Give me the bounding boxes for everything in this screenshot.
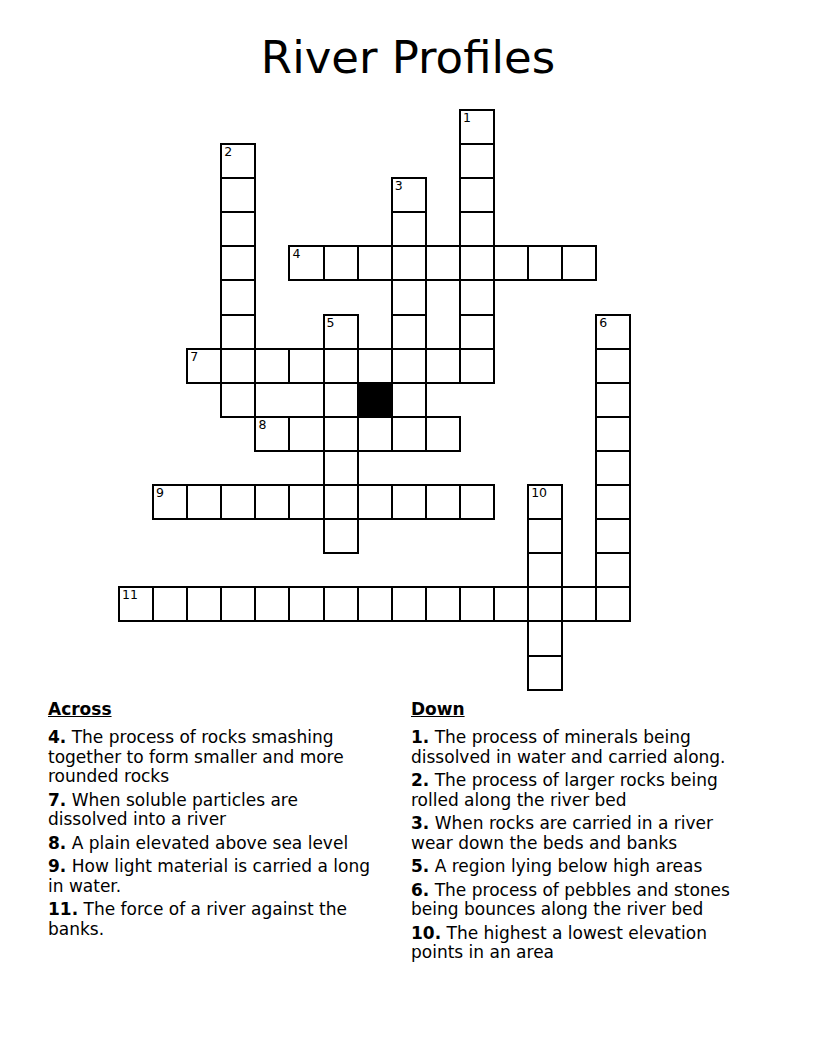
- clue-number: 6.: [411, 880, 429, 900]
- grid-cell-r4-c12[interactable]: [528, 246, 562, 280]
- clue-text: The highest a lowest elevation points in…: [411, 923, 707, 963]
- clue-number: 11: [122, 588, 138, 602]
- grid-cell-r11-c14[interactable]: [596, 485, 630, 519]
- clue-number: 4: [292, 247, 300, 261]
- grid-cell-r13-c12[interactable]: [528, 553, 562, 587]
- grid-cell-r1-c3[interactable]: 2: [221, 144, 255, 178]
- grid-cell-r6-c10[interactable]: [460, 315, 494, 349]
- grid-cell-r14-c7[interactable]: [358, 587, 392, 621]
- clue-number: 1: [463, 111, 471, 125]
- clue-text: The process of pebbles and stones being …: [411, 880, 730, 920]
- clue-4-across: 4. The process of rocks smashing togethe…: [48, 728, 396, 787]
- clue-number: 3: [395, 179, 403, 193]
- clue-10-down: 10. The highest a lowest elevation point…: [411, 924, 759, 963]
- clue-6-down: 6. The process of pebbles and stones bei…: [411, 881, 759, 920]
- across-header: Across: [48, 699, 396, 719]
- grid-cell-r8-c8[interactable]: [392, 383, 426, 417]
- clue-number: 3.: [411, 813, 429, 833]
- grid-cell-r9-c7[interactable]: [358, 417, 392, 451]
- clue-text: The process of minerals being dissolved …: [411, 727, 726, 767]
- clue-number: 8.: [48, 833, 66, 853]
- clue-text: When rocks are carried in a river wear d…: [411, 813, 713, 853]
- clue-9-across: 9. How light material is carried a long …: [48, 857, 396, 896]
- grid-cell-r8-c6[interactable]: [324, 383, 358, 417]
- clue-number: 9: [156, 486, 164, 500]
- grid-cell-r6-c8[interactable]: [392, 315, 426, 349]
- clue-number: 10.: [411, 923, 441, 943]
- grid-cell-r14-c11[interactable]: [494, 587, 528, 621]
- clue-5-down: 5. A region lying below high areas: [411, 857, 759, 877]
- grid-cell-r13-c14[interactable]: [596, 553, 630, 587]
- clue-text: How light material is carried a long in …: [48, 856, 370, 896]
- clue-2-down: 2. The process of larger rocks being rol…: [411, 771, 759, 810]
- clue-1-down: 1. The process of minerals being dissolv…: [411, 728, 759, 767]
- grid-cell-r4-c11[interactable]: [494, 246, 528, 280]
- grid-cell-r14-c10[interactable]: [460, 587, 494, 621]
- clue-text: The process of rocks smashing together t…: [48, 727, 344, 786]
- grid-cell-r7-c10[interactable]: [460, 349, 494, 383]
- grid-cell-r14-c3[interactable]: [221, 587, 255, 621]
- grid-cell-r1-c10[interactable]: [460, 144, 494, 178]
- grid-cell-r7-c2[interactable]: 7: [187, 349, 221, 383]
- grid-cell-r5-c8[interactable]: [392, 280, 426, 314]
- grid-cell-r4-c6[interactable]: [324, 246, 358, 280]
- grid-cell-r3-c8[interactable]: [392, 212, 426, 246]
- crossword-grid: 1234567891011: [119, 110, 630, 690]
- grid-cell-r10-c6[interactable]: [324, 451, 358, 485]
- grid-cell-r5-c10[interactable]: [460, 280, 494, 314]
- clue-7-across: 7. When soluble particles are dissolved …: [48, 791, 396, 830]
- grid-cell-r2-c10[interactable]: [460, 178, 494, 212]
- across-clues-section: Across 4. The process of rocks smashing …: [48, 699, 396, 943]
- grid-cell-r11-c2[interactable]: [187, 485, 221, 519]
- grid-cell-r11-c4[interactable]: [255, 485, 289, 519]
- grid-cell-r16-c12[interactable]: [528, 656, 562, 690]
- grid-cell-r4-c7[interactable]: [358, 246, 392, 280]
- grid-cell-r12-c14[interactable]: [596, 519, 630, 553]
- grid-cell-r14-c9[interactable]: [426, 587, 460, 621]
- clue-text: When soluble particles are dissolved int…: [48, 790, 298, 830]
- grid-cell-r7-c7[interactable]: [358, 349, 392, 383]
- grid-cell-r14-c0[interactable]: 11: [119, 587, 153, 621]
- grid-cell-r5-c3[interactable]: [221, 280, 255, 314]
- down-clues-section: Down 1. The process of minerals being di…: [411, 699, 759, 967]
- grid-cell-r14-c5[interactable]: [289, 587, 323, 621]
- grid-cell-r9-c8[interactable]: [392, 417, 426, 451]
- clue-3-down: 3. When rocks are carried in a river wea…: [411, 814, 759, 853]
- grid-cell-r2-c3[interactable]: [221, 178, 255, 212]
- grid-cell-r12-c6[interactable]: [324, 519, 358, 553]
- clue-11-across: 11. The force of a river against the ban…: [48, 900, 396, 939]
- grid-cell-r14-c2[interactable]: [187, 587, 221, 621]
- grid-cell-r7-c5[interactable]: [289, 349, 323, 383]
- clue-8-across: 8. A plain elevated above sea level: [48, 834, 396, 854]
- grid-cell-r8-c3[interactable]: [221, 383, 255, 417]
- grid-cell-r3-c10[interactable]: [460, 212, 494, 246]
- grid-cell-r4-c3[interactable]: [221, 246, 255, 280]
- grid-cell-r14-c13[interactable]: [562, 587, 596, 621]
- grid-cell-r11-c9[interactable]: [426, 485, 460, 519]
- grid-cell-r11-c12[interactable]: 10: [528, 485, 562, 519]
- grid-cell-r6-c14[interactable]: 6: [596, 315, 630, 349]
- grid-cell-r2-c8[interactable]: 3: [392, 178, 426, 212]
- clue-number: 7: [190, 350, 198, 364]
- clue-number: 2.: [411, 770, 429, 790]
- grid-cell-r11-c7[interactable]: [358, 485, 392, 519]
- grid-cell-r15-c12[interactable]: [528, 621, 562, 655]
- grid-cell-r7-c9[interactable]: [426, 349, 460, 383]
- grid-cell-r0-c10[interactable]: 1: [460, 110, 494, 144]
- clue-number: 7.: [48, 790, 66, 810]
- grid-cell-r8-c4[interactable]: [255, 383, 323, 417]
- clue-text: A region lying below high areas: [435, 856, 703, 876]
- grid-cell-r11-c5[interactable]: [289, 485, 323, 519]
- grid-cell-r9-c9[interactable]: [426, 417, 460, 451]
- puzzle-title: River Profiles: [0, 33, 816, 83]
- grid-cell-r11-c1[interactable]: 9: [153, 485, 187, 519]
- clue-number: 1.: [411, 727, 429, 747]
- grid-cell-r11-c6[interactable]: [324, 485, 358, 519]
- grid-cell-r7-c6[interactable]: [324, 349, 358, 383]
- grid-cell-r14-c8[interactable]: [392, 587, 426, 621]
- grid-cell-r7-c8[interactable]: [392, 349, 426, 383]
- grid-cell-r9-c4[interactable]: 8: [255, 417, 289, 451]
- clue-number: 5.: [411, 856, 429, 876]
- clue-text: The process of larger rocks being rolled…: [411, 770, 718, 810]
- grid-cell-r9-c14[interactable]: [596, 417, 630, 451]
- clue-number: 8: [258, 418, 266, 432]
- clue-number: 5: [327, 316, 335, 330]
- grid-cell-r7-c4[interactable]: [255, 349, 289, 383]
- clue-number: 6: [599, 316, 607, 330]
- clue-text: A plain elevated above sea level: [72, 833, 348, 853]
- grid-cell-r9-c6[interactable]: [324, 417, 358, 451]
- grid-cell-r7-c14[interactable]: [596, 349, 630, 383]
- grid-cell-r4-c8[interactable]: [392, 246, 426, 280]
- grid-cell-r6-c3[interactable]: [221, 315, 255, 349]
- clue-number: 11.: [48, 899, 78, 919]
- grid-cell-r3-c3[interactable]: [221, 212, 255, 246]
- grid-cell-r4-c5[interactable]: 4: [289, 246, 323, 280]
- grid-cell-r11-c3[interactable]: [221, 485, 255, 519]
- clue-number: 2: [224, 145, 232, 159]
- grid-cell-r4-c13[interactable]: [562, 246, 596, 280]
- black-cell: [358, 383, 392, 417]
- grid-cell-r11-c8[interactable]: [392, 485, 426, 519]
- down-header: Down: [411, 699, 759, 719]
- grid-cell-r4-c10[interactable]: [460, 246, 494, 280]
- clue-number: 10: [531, 486, 547, 500]
- grid-cell-r14-c12[interactable]: [528, 587, 562, 621]
- grid-cell-r14-c4[interactable]: [255, 587, 289, 621]
- grid-cell-r9-c5[interactable]: [289, 417, 323, 451]
- grid-cell-r14-c14[interactable]: [596, 587, 630, 621]
- clue-number: 4.: [48, 727, 66, 747]
- clue-text: The force of a river against the banks.: [48, 899, 347, 939]
- worksheet-page: River Profiles 1234567891011 Across 4. T…: [0, 0, 816, 1056]
- grid-cell-r8-c14[interactable]: [596, 383, 630, 417]
- clue-number: 9.: [48, 856, 66, 876]
- grid-cell-r14-c6[interactable]: [324, 587, 358, 621]
- grid-cell-r10-c14[interactable]: [596, 451, 630, 485]
- grid-cell-r14-c1[interactable]: [153, 587, 187, 621]
- grid-cell-r12-c12[interactable]: [528, 519, 562, 553]
- grid-cell-r11-c10[interactable]: [460, 485, 494, 519]
- grid-cell-r6-c6[interactable]: 5: [324, 315, 358, 349]
- grid-cell-r7-c3[interactable]: [221, 349, 255, 383]
- grid-cell-r4-c9[interactable]: [426, 246, 460, 280]
